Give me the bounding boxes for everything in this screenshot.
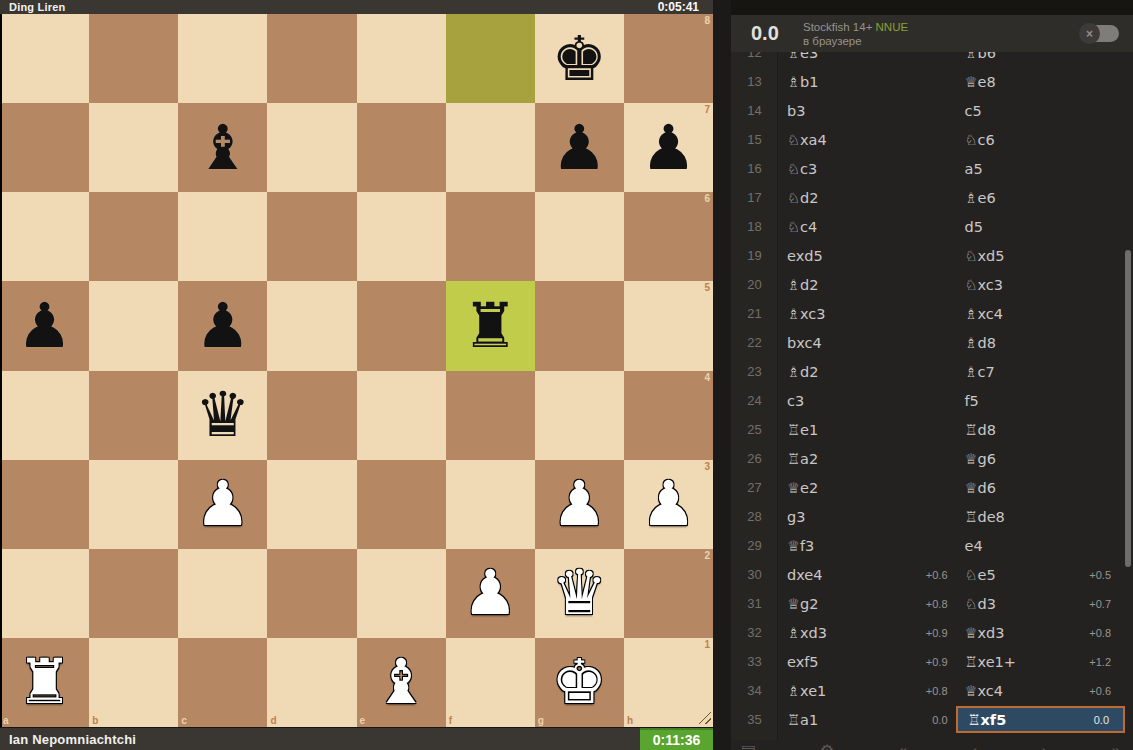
black-move-26[interactable]: ♕g6 bbox=[956, 445, 1126, 472]
move-eval: +0.9 bbox=[926, 656, 948, 668]
square-a6[interactable] bbox=[0, 192, 89, 281]
white-move-20[interactable]: ♗d2 bbox=[778, 271, 956, 298]
square-h3[interactable]: 3♟ bbox=[624, 460, 713, 549]
move-number: 15 bbox=[731, 132, 778, 147]
white-move-21[interactable]: ♗xc3 bbox=[778, 300, 956, 327]
black-king[interactable]: ♚ bbox=[535, 14, 624, 103]
file-label-f: f bbox=[449, 716, 452, 726]
square-c3[interactable]: ♟ bbox=[178, 460, 267, 549]
move-number: 32 bbox=[731, 625, 778, 640]
move-row-22: 22bxc4♗d8 bbox=[731, 328, 1133, 357]
black-move-19[interactable]: ♘xd5 bbox=[956, 242, 1126, 269]
white-move-35[interactable]: ♖a10.0 bbox=[778, 706, 956, 733]
san-text: ♖d8 bbox=[965, 422, 996, 438]
square-e2[interactable] bbox=[357, 549, 446, 638]
san-text: ♘xc3 bbox=[965, 277, 1004, 293]
square-h8[interactable]: 8 bbox=[624, 14, 713, 103]
san-text: ♘c3 bbox=[787, 161, 817, 177]
move-number: 34 bbox=[731, 683, 778, 698]
square-e3[interactable] bbox=[357, 460, 446, 549]
top-player-clock: 0:05:41 bbox=[658, 0, 713, 14]
white-move-27[interactable]: ♕e2 bbox=[778, 474, 956, 501]
analysis-panel: 0.0 Stockfish 14+ NNUE в браузере × 12♗e… bbox=[731, 0, 1133, 750]
white-king[interactable]: ♚ bbox=[535, 638, 624, 727]
square-f5[interactable]: ♜ bbox=[446, 281, 535, 370]
move-row-19: 19exd5♘xd5 bbox=[731, 241, 1133, 270]
engine-toggle[interactable]: × bbox=[1081, 25, 1119, 42]
white-move-22[interactable]: bxc4 bbox=[778, 329, 956, 356]
square-g7[interactable]: ♟ bbox=[535, 103, 624, 192]
square-g3[interactable]: ♟ bbox=[535, 460, 624, 549]
san-text: ♘e5 bbox=[965, 567, 996, 583]
san-text: ♗xe1 bbox=[787, 683, 826, 699]
file-label-b: b bbox=[92, 716, 98, 726]
move-eval: +0.6 bbox=[1089, 685, 1111, 697]
black-move-29[interactable]: e4 bbox=[956, 532, 1126, 559]
bottom-player-clock: 0:11:36 bbox=[640, 728, 713, 750]
square-f4[interactable] bbox=[446, 371, 535, 460]
square-c6[interactable] bbox=[178, 192, 267, 281]
black-move-17[interactable]: ♗e6 bbox=[956, 184, 1126, 211]
black-move-25[interactable]: ♖d8 bbox=[956, 416, 1126, 443]
white-pawn[interactable]: ♟ bbox=[446, 549, 535, 638]
rank-label-1: 1 bbox=[704, 640, 710, 650]
square-h7[interactable]: 7♟ bbox=[624, 103, 713, 192]
move-number: 35 bbox=[731, 712, 778, 727]
white-move-30[interactable]: dxe4+0.6 bbox=[778, 561, 956, 588]
square-c4[interactable]: ♛ bbox=[178, 371, 267, 460]
black-bishop[interactable]: ♝ bbox=[178, 103, 267, 192]
san-text: ♕e2 bbox=[787, 480, 818, 496]
san-text: ♗d8 bbox=[965, 335, 996, 351]
san-text: ♖a1 bbox=[787, 712, 818, 728]
move-number: 12 bbox=[731, 52, 778, 60]
file-label-d: d bbox=[270, 716, 276, 726]
engine-eval: 0.0 bbox=[751, 22, 803, 45]
square-a5[interactable]: ♟ bbox=[0, 281, 89, 370]
move-row-27: 27♕e2♕d6 bbox=[731, 473, 1133, 502]
move-row-16: 16♘c3a5 bbox=[731, 154, 1133, 183]
san-text: ♕g6 bbox=[965, 451, 996, 467]
settings-gear-icon[interactable]: ⚙ bbox=[820, 742, 834, 750]
square-d8[interactable] bbox=[267, 14, 356, 103]
rank-label-4: 4 bbox=[704, 373, 710, 383]
analysis-action-bar: ▤⚙«‹›» bbox=[741, 742, 1121, 750]
square-d5[interactable] bbox=[267, 281, 356, 370]
square-a2[interactable] bbox=[0, 549, 89, 638]
white-move-31[interactable]: ♕g2+0.8 bbox=[778, 590, 956, 617]
san-text: ♖xe1+ bbox=[965, 654, 1016, 670]
san-text: ♗b1 bbox=[787, 74, 818, 90]
square-e4[interactable] bbox=[357, 371, 446, 460]
white-pawn[interactable]: ♟ bbox=[178, 460, 267, 549]
square-h2[interactable]: 2 bbox=[624, 549, 713, 638]
san-text: c3 bbox=[787, 393, 804, 409]
san-text: ♕xc4 bbox=[965, 683, 1004, 699]
move-row-34: 34♗xe1+0.8♕xc4+0.6 bbox=[731, 676, 1133, 705]
board-panel: Ding Liren 0:05:41 ♚8♝♟7♟6♟♟♜5♛4♟♟3♟♟♛2a… bbox=[0, 0, 713, 750]
square-d3[interactable] bbox=[267, 460, 356, 549]
square-h4[interactable]: 4 bbox=[624, 371, 713, 460]
square-g6[interactable] bbox=[535, 192, 624, 281]
movelist-scrollbar[interactable] bbox=[1125, 250, 1131, 567]
square-a8[interactable] bbox=[0, 14, 89, 103]
move-row-18: 18♘c4d5 bbox=[731, 212, 1133, 241]
move-number: 20 bbox=[731, 277, 778, 292]
black-pawn[interactable]: ♟ bbox=[0, 281, 89, 370]
black-move-24[interactable]: f5 bbox=[956, 387, 1126, 414]
san-text: ♖a2 bbox=[787, 451, 818, 467]
panel-gutter bbox=[713, 0, 731, 750]
square-a4[interactable] bbox=[0, 371, 89, 460]
move-row-29: 29♕f3e4 bbox=[731, 531, 1133, 560]
white-bishop[interactable]: ♝ bbox=[357, 638, 446, 727]
black-move-20[interactable]: ♘xc3 bbox=[956, 271, 1126, 298]
move-row-24: 24c3f5 bbox=[731, 386, 1133, 415]
san-text: ♘d2 bbox=[787, 190, 818, 206]
black-move-12[interactable]: ♗b6 bbox=[956, 52, 1126, 66]
san-text: bxc4 bbox=[787, 335, 822, 351]
black-move-34[interactable]: ♕xc4+0.6 bbox=[956, 677, 1126, 704]
black-move-32[interactable]: ♕xd3+0.8 bbox=[956, 619, 1126, 646]
san-text: ♗xc3 bbox=[787, 306, 826, 322]
white-move-29[interactable]: ♕f3 bbox=[778, 532, 956, 559]
white-rook[interactable]: ♜ bbox=[0, 638, 89, 727]
white-move-16[interactable]: ♘c3 bbox=[778, 155, 956, 182]
black-move-33[interactable]: ♖xe1++1.2 bbox=[956, 648, 1126, 675]
san-text: e4 bbox=[965, 538, 983, 554]
square-g8[interactable]: ♚ bbox=[535, 14, 624, 103]
square-g1[interactable]: g♚ bbox=[535, 638, 624, 727]
move-number: 31 bbox=[731, 596, 778, 611]
square-e8[interactable] bbox=[357, 14, 446, 103]
white-move-13[interactable]: ♗b1 bbox=[778, 68, 956, 95]
black-move-15[interactable]: ♘c6 bbox=[956, 126, 1126, 153]
black-move-18[interactable]: d5 bbox=[956, 213, 1126, 240]
square-f7[interactable] bbox=[446, 103, 535, 192]
move-number: 18 bbox=[731, 219, 778, 234]
board-left-edge bbox=[0, 14, 2, 727]
panel-top-strip bbox=[731, 0, 1133, 15]
square-a1[interactable]: a♜ bbox=[0, 638, 89, 727]
white-move-32[interactable]: ♗xd3+0.9 bbox=[778, 619, 956, 646]
square-e6[interactable] bbox=[357, 192, 446, 281]
square-c5[interactable]: ♟ bbox=[178, 281, 267, 370]
san-text: ♗d2 bbox=[787, 364, 818, 380]
square-d1[interactable]: d bbox=[267, 638, 356, 727]
black-pawn[interactable]: ♟ bbox=[624, 103, 713, 192]
square-f3[interactable] bbox=[446, 460, 535, 549]
engine-name: Stockfish 14+ bbox=[803, 21, 872, 33]
black-move-13[interactable]: ♕e8 bbox=[956, 68, 1126, 95]
white-move-24[interactable]: c3 bbox=[778, 387, 956, 414]
san-text: d5 bbox=[965, 219, 983, 235]
square-f2[interactable]: ♟ bbox=[446, 549, 535, 638]
engine-header: 0.0 Stockfish 14+ NNUE в браузере × bbox=[731, 15, 1133, 52]
move-number: 26 bbox=[731, 451, 778, 466]
move-row-21: 21♗xc3♗xc4 bbox=[731, 299, 1133, 328]
square-b1[interactable]: b bbox=[89, 638, 178, 727]
black-move-31[interactable]: ♘d3+0.7 bbox=[956, 590, 1126, 617]
san-text: ♕xd3 bbox=[965, 625, 1005, 641]
white-move-28[interactable]: g3 bbox=[778, 503, 956, 530]
san-text: c5 bbox=[965, 103, 982, 119]
black-move-16[interactable]: a5 bbox=[956, 155, 1126, 182]
san-text: ♖de8 bbox=[965, 509, 1005, 525]
move-row-25: 25♖e1♖d8 bbox=[731, 415, 1133, 444]
black-move-30[interactable]: ♘e5+0.5 bbox=[956, 561, 1126, 588]
san-text: f5 bbox=[965, 393, 979, 409]
white-move-33[interactable]: exf5+0.9 bbox=[778, 648, 956, 675]
san-text: ♕f3 bbox=[787, 538, 814, 554]
last-move-icon[interactable]: » bbox=[1111, 742, 1121, 750]
move-row-33: 33exf5+0.9♖xe1++1.2 bbox=[731, 647, 1133, 676]
first-move-icon[interactable]: « bbox=[898, 742, 908, 750]
san-text: exd5 bbox=[787, 248, 823, 264]
square-c7[interactable]: ♝ bbox=[178, 103, 267, 192]
move-number: 28 bbox=[731, 509, 778, 524]
move-row-35: 35♖a10.0♖xf50.0 bbox=[731, 705, 1133, 734]
file-label-h: h bbox=[627, 716, 633, 726]
black-queen[interactable]: ♛ bbox=[178, 371, 267, 460]
san-text: a5 bbox=[965, 161, 983, 177]
move-number: 13 bbox=[731, 74, 778, 89]
square-d2[interactable] bbox=[267, 549, 356, 638]
square-e5[interactable] bbox=[357, 281, 446, 370]
black-move-14[interactable]: c5 bbox=[956, 97, 1126, 124]
move-eval: +1.2 bbox=[1089, 656, 1111, 668]
move-eval: +0.8 bbox=[926, 598, 948, 610]
square-h5[interactable]: 5 bbox=[624, 281, 713, 370]
square-d7[interactable] bbox=[267, 103, 356, 192]
black-rook[interactable]: ♜ bbox=[446, 281, 535, 370]
move-row-15: 15♘xa4♘c6 bbox=[731, 125, 1133, 154]
black-move-35[interactable]: ♖xf50.0 bbox=[956, 706, 1126, 733]
top-player-bar: Ding Liren 0:05:41 bbox=[0, 0, 713, 14]
move-number: 25 bbox=[731, 422, 778, 437]
san-text: ♗d2 bbox=[787, 277, 818, 293]
move-eval: +0.6 bbox=[926, 569, 948, 581]
san-text: ♘c4 bbox=[787, 219, 817, 235]
top-player-name: Ding Liren bbox=[0, 1, 65, 13]
bottom-player-name: Ian Nepomniachtchi bbox=[0, 732, 136, 747]
engine-subtitle: в браузере bbox=[803, 35, 862, 47]
move-eval: +0.8 bbox=[926, 685, 948, 697]
white-pawn[interactable]: ♟ bbox=[624, 460, 713, 549]
square-b5[interactable] bbox=[89, 281, 178, 370]
square-h6[interactable]: 6 bbox=[624, 192, 713, 281]
engine-meta: Stockfish 14+ NNUE в браузере bbox=[803, 20, 908, 48]
move-eval: +0.7 bbox=[1089, 598, 1111, 610]
white-move-14[interactable]: b3 bbox=[778, 97, 956, 124]
white-move-19[interactable]: exd5 bbox=[778, 242, 956, 269]
white-pawn[interactable]: ♟ bbox=[535, 460, 624, 549]
white-move-15[interactable]: ♘xa4 bbox=[778, 126, 956, 153]
move-number: 33 bbox=[731, 654, 778, 669]
black-move-23[interactable]: ♗c7 bbox=[956, 358, 1126, 385]
white-move-18[interactable]: ♘c4 bbox=[778, 213, 956, 240]
square-c8[interactable] bbox=[178, 14, 267, 103]
move-eval: +0.5 bbox=[1089, 569, 1111, 581]
move-row-28: 28g3♖de8 bbox=[731, 502, 1133, 531]
x-icon: × bbox=[1086, 27, 1093, 41]
move-number: 17 bbox=[731, 190, 778, 205]
square-g5[interactable] bbox=[535, 281, 624, 370]
san-text: ♗c7 bbox=[965, 364, 995, 380]
san-text: ♗xd3 bbox=[787, 625, 827, 641]
square-f1[interactable]: f bbox=[446, 638, 535, 727]
square-b8[interactable] bbox=[89, 14, 178, 103]
san-text: ♕d6 bbox=[965, 480, 996, 496]
black-move-27[interactable]: ♕d6 bbox=[956, 474, 1126, 501]
black-move-21[interactable]: ♗xc4 bbox=[956, 300, 1126, 327]
san-text: ♘d3 bbox=[965, 596, 996, 612]
square-f8[interactable] bbox=[446, 14, 535, 103]
white-move-17[interactable]: ♘d2 bbox=[778, 184, 956, 211]
san-text: ♗e6 bbox=[965, 190, 996, 206]
square-d4[interactable] bbox=[267, 371, 356, 460]
square-g2[interactable]: ♛ bbox=[535, 549, 624, 638]
rank-label-8: 8 bbox=[704, 16, 710, 26]
san-text: dxe4 bbox=[787, 567, 823, 583]
move-number: 30 bbox=[731, 567, 778, 582]
rank-label-5: 5 bbox=[704, 283, 710, 293]
move-number: 19 bbox=[731, 248, 778, 263]
black-move-22[interactable]: ♗d8 bbox=[956, 329, 1126, 356]
square-b6[interactable] bbox=[89, 192, 178, 281]
white-queen[interactable]: ♛ bbox=[535, 549, 624, 638]
rank-label-6: 6 bbox=[704, 194, 710, 204]
san-text: b3 bbox=[787, 103, 805, 119]
file-label-c: c bbox=[181, 716, 187, 726]
next-move-icon[interactable]: › bbox=[1041, 742, 1047, 750]
san-text: g3 bbox=[787, 509, 805, 525]
white-move-26[interactable]: ♖a2 bbox=[778, 445, 956, 472]
san-text: ♘xd5 bbox=[965, 248, 1005, 264]
square-a7[interactable] bbox=[0, 103, 89, 192]
black-pawn[interactable]: ♟ bbox=[178, 281, 267, 370]
move-number: 21 bbox=[731, 306, 778, 321]
move-row-14: 14b3c5 bbox=[731, 96, 1133, 125]
square-e1[interactable]: e♝ bbox=[357, 638, 446, 727]
white-move-23[interactable]: ♗d2 bbox=[778, 358, 956, 385]
white-move-34[interactable]: ♗xe1+0.8 bbox=[778, 677, 956, 704]
square-c1[interactable]: c bbox=[178, 638, 267, 727]
move-row-12: 12♗e3♗b6 bbox=[731, 52, 1133, 67]
move-row-23: 23♗d2♗c7 bbox=[731, 357, 1133, 386]
engine-toggle-knob[interactable]: × bbox=[1079, 23, 1100, 44]
white-move-12[interactable]: ♗e3 bbox=[778, 52, 956, 66]
san-text: ♕g2 bbox=[787, 596, 818, 612]
square-d6[interactable] bbox=[267, 192, 356, 281]
move-row-17: 17♘d2♗e6 bbox=[731, 183, 1133, 212]
previous-move-icon[interactable]: ‹ bbox=[971, 742, 977, 750]
san-text: exf5 bbox=[787, 654, 819, 670]
san-text: ♕e8 bbox=[965, 74, 996, 90]
move-number: 14 bbox=[731, 103, 778, 118]
move-list[interactable]: 12♗e3♗b613♗b1♕e814b3c515♘xa4♘c616♘c3a517… bbox=[731, 52, 1133, 734]
engine-nnue-badge: NNUE bbox=[876, 21, 909, 33]
move-number: 16 bbox=[731, 161, 778, 176]
bottom-player-bar: Ian Nepomniachtchi 0:11:36 bbox=[0, 728, 713, 750]
square-b7[interactable] bbox=[89, 103, 178, 192]
move-eval: +0.8 bbox=[1089, 627, 1111, 639]
move-number: 22 bbox=[731, 335, 778, 350]
square-f6[interactable] bbox=[446, 192, 535, 281]
san-text: ♘c6 bbox=[965, 132, 995, 148]
square-b2[interactable] bbox=[89, 549, 178, 638]
square-g4[interactable] bbox=[535, 371, 624, 460]
move-row-32: 32♗xd3+0.9♕xd3+0.8 bbox=[731, 618, 1133, 647]
board[interactable]: ♚8♝♟7♟6♟♟♜5♛4♟♟3♟♟♛2a♜bcde♝fg♚1h bbox=[0, 14, 713, 727]
white-move-25[interactable]: ♖e1 bbox=[778, 416, 956, 443]
move-eval: 0.0 bbox=[932, 714, 947, 726]
square-e7[interactable] bbox=[357, 103, 446, 192]
black-pawn[interactable]: ♟ bbox=[535, 103, 624, 192]
move-number: 24 bbox=[731, 393, 778, 408]
board-resize-handle[interactable] bbox=[699, 712, 711, 724]
move-row-13: 13♗b1♕e8 bbox=[731, 67, 1133, 96]
move-eval: 0.0 bbox=[1094, 714, 1109, 726]
san-text: ♗b6 bbox=[965, 52, 996, 61]
move-number: 23 bbox=[731, 364, 778, 379]
san-text: ♖xf5 bbox=[968, 712, 1007, 728]
move-row-31: 31♕g2+0.8♘d3+0.7 bbox=[731, 589, 1133, 618]
move-row-30: 30dxe4+0.6♘e5+0.5 bbox=[731, 560, 1133, 589]
square-a3[interactable] bbox=[0, 460, 89, 549]
san-text: ♗e3 bbox=[787, 52, 818, 61]
san-text: ♖e1 bbox=[787, 422, 818, 438]
move-eval: +0.9 bbox=[926, 627, 948, 639]
square-b4[interactable] bbox=[89, 371, 178, 460]
square-c2[interactable] bbox=[178, 549, 267, 638]
rank-label-2: 2 bbox=[704, 551, 710, 561]
move-number: 27 bbox=[731, 480, 778, 495]
san-text: ♘xa4 bbox=[787, 132, 827, 148]
flip-board-icon[interactable]: ▤ bbox=[741, 742, 756, 750]
black-move-28[interactable]: ♖de8 bbox=[956, 503, 1126, 530]
square-b3[interactable] bbox=[89, 460, 178, 549]
move-row-26: 26♖a2♕g6 bbox=[731, 444, 1133, 473]
move-number: 29 bbox=[731, 538, 778, 553]
san-text: ♗xc4 bbox=[965, 306, 1004, 322]
move-row-20: 20♗d2♘xc3 bbox=[731, 270, 1133, 299]
